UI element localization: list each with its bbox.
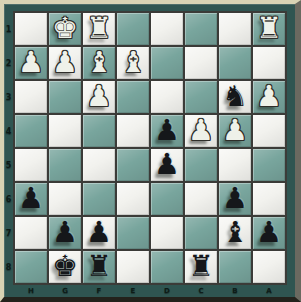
rank-label-1: 1 [4, 13, 13, 45]
square-c1[interactable] [185, 13, 217, 45]
square-d4[interactable]: ♟ [151, 115, 183, 147]
square-f7[interactable]: ♟ [83, 217, 115, 249]
square-d2[interactable] [151, 47, 183, 79]
square-d3[interactable] [151, 81, 183, 113]
file-label-f: F [83, 285, 115, 297]
board-grid: ♚♜♜♟♟♝♝♟♞♟♟♟♟♟♟♟♟♟♝♟♚♜♜ [13, 11, 287, 285]
piece-white-bishop: ♝ [86, 48, 112, 77]
square-e2[interactable]: ♝ [117, 47, 149, 79]
piece-white-rook: ♜ [256, 14, 282, 43]
file-label-d: D [151, 285, 183, 297]
square-a5[interactable] [253, 149, 285, 181]
square-g6[interactable] [49, 183, 81, 215]
file-labels: HGFEDCBA [13, 285, 287, 297]
square-a3[interactable]: ♟ [253, 81, 285, 113]
rank-label-7: 7 [4, 217, 13, 249]
rank-label-8: 8 [4, 251, 13, 283]
piece-white-pawn: ♟ [86, 82, 112, 111]
piece-white-pawn: ♟ [18, 48, 44, 77]
board-mid-row: 12345678 ♚♜♜♟♟♝♝♟♞♟♟♟♟♟♟♟♟♟♝♟♚♜♜ [4, 11, 295, 285]
square-d7[interactable] [151, 217, 183, 249]
square-e5[interactable] [117, 149, 149, 181]
file-label-a: A [253, 285, 285, 297]
board-frame-inner: 12345678 ♚♜♜♟♟♝♝♟♞♟♟♟♟♟♟♟♟♟♝♟♚♜♜ HGFEDCB… [4, 4, 295, 297]
piece-black-pawn: ♟ [256, 218, 282, 247]
square-d5[interactable]: ♟ [151, 149, 183, 181]
square-d1[interactable] [151, 13, 183, 45]
rank-label-2: 2 [4, 47, 13, 79]
square-g1[interactable]: ♚ [49, 13, 81, 45]
rank-label-6: 6 [4, 183, 13, 215]
square-f3[interactable]: ♟ [83, 81, 115, 113]
square-g8[interactable]: ♚ [49, 251, 81, 283]
square-c2[interactable] [185, 47, 217, 79]
square-a7[interactable]: ♟ [253, 217, 285, 249]
piece-black-pawn: ♟ [154, 150, 180, 179]
square-d6[interactable] [151, 183, 183, 215]
square-c3[interactable] [185, 81, 217, 113]
piece-black-knight: ♞ [222, 82, 248, 111]
piece-white-pawn: ♟ [256, 82, 282, 111]
square-b3[interactable]: ♞ [219, 81, 251, 113]
file-label-h: H [15, 285, 47, 297]
square-f8[interactable]: ♜ [83, 251, 115, 283]
rank-label-4: 4 [4, 115, 13, 147]
square-g5[interactable] [49, 149, 81, 181]
square-e8[interactable] [117, 251, 149, 283]
piece-white-king: ♚ [52, 14, 78, 43]
square-g7[interactable]: ♟ [49, 217, 81, 249]
board-frame: 12345678 ♚♜♜♟♟♝♝♟♞♟♟♟♟♟♟♟♟♟♝♟♚♜♜ HGFEDCB… [0, 0, 301, 302]
square-d8[interactable] [151, 251, 183, 283]
square-b6[interactable]: ♟ [219, 183, 251, 215]
square-f4[interactable] [83, 115, 115, 147]
square-a6[interactable] [253, 183, 285, 215]
square-h5[interactable] [15, 149, 47, 181]
square-a8[interactable] [253, 251, 285, 283]
square-g2[interactable]: ♟ [49, 47, 81, 79]
piece-white-pawn: ♟ [188, 116, 214, 145]
square-b8[interactable] [219, 251, 251, 283]
rank-label-5: 5 [4, 149, 13, 181]
piece-black-pawn: ♟ [154, 116, 180, 145]
square-h8[interactable] [15, 251, 47, 283]
square-e4[interactable] [117, 115, 149, 147]
piece-black-bishop: ♝ [222, 218, 248, 247]
square-h3[interactable] [15, 81, 47, 113]
piece-white-bishop: ♝ [120, 48, 146, 77]
square-c7[interactable] [185, 217, 217, 249]
piece-black-rook: ♜ [188, 252, 214, 281]
rank-labels: 12345678 [4, 11, 13, 285]
square-f2[interactable]: ♝ [83, 47, 115, 79]
square-b1[interactable] [219, 13, 251, 45]
square-h6[interactable]: ♟ [15, 183, 47, 215]
square-f5[interactable] [83, 149, 115, 181]
square-h2[interactable]: ♟ [15, 47, 47, 79]
piece-black-pawn: ♟ [52, 218, 78, 247]
piece-white-pawn: ♟ [222, 116, 248, 145]
frame-top-spacer [4, 4, 295, 11]
square-e1[interactable] [117, 13, 149, 45]
piece-white-rook: ♜ [86, 14, 112, 43]
square-a4[interactable] [253, 115, 285, 147]
square-f6[interactable] [83, 183, 115, 215]
square-e3[interactable] [117, 81, 149, 113]
square-g4[interactable] [49, 115, 81, 147]
square-h7[interactable] [15, 217, 47, 249]
piece-black-pawn: ♟ [18, 184, 44, 213]
piece-black-pawn: ♟ [222, 184, 248, 213]
square-b2[interactable] [219, 47, 251, 79]
square-h4[interactable] [15, 115, 47, 147]
square-c5[interactable] [185, 149, 217, 181]
square-f1[interactable]: ♜ [83, 13, 115, 45]
file-label-e: E [117, 285, 149, 297]
square-c6[interactable] [185, 183, 217, 215]
file-label-b: B [219, 285, 251, 297]
square-e7[interactable] [117, 217, 149, 249]
square-e6[interactable] [117, 183, 149, 215]
square-c4[interactable]: ♟ [185, 115, 217, 147]
file-label-g: G [49, 285, 81, 297]
square-b4[interactable]: ♟ [219, 115, 251, 147]
piece-black-king: ♚ [52, 252, 78, 281]
square-c8[interactable]: ♜ [185, 251, 217, 283]
piece-black-rook: ♜ [86, 252, 112, 281]
rank-label-3: 3 [4, 81, 13, 113]
square-b7[interactable]: ♝ [219, 217, 251, 249]
piece-white-pawn: ♟ [52, 48, 78, 77]
square-a2[interactable] [253, 47, 285, 79]
file-label-c: C [185, 285, 217, 297]
square-a1[interactable]: ♜ [253, 13, 285, 45]
square-g3[interactable] [49, 81, 81, 113]
square-b5[interactable] [219, 149, 251, 181]
piece-black-pawn: ♟ [86, 218, 112, 247]
square-h1[interactable] [15, 13, 47, 45]
